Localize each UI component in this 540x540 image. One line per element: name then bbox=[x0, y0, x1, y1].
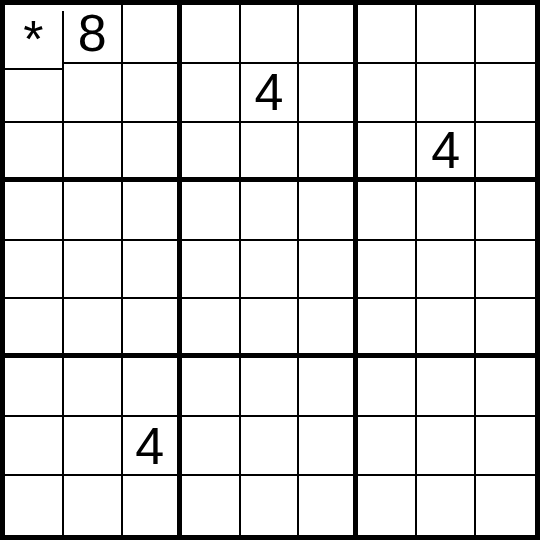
cell-r2c2[interactable] bbox=[64, 64, 123, 123]
cell-r7c6[interactable] bbox=[299, 358, 358, 417]
cell-r2c8[interactable] bbox=[417, 64, 476, 123]
cell-r3c2[interactable] bbox=[64, 123, 123, 182]
cell-r1c6[interactable] bbox=[299, 5, 358, 64]
cell-r9c8[interactable] bbox=[417, 476, 476, 535]
cell-r7c7[interactable] bbox=[358, 358, 417, 417]
cell-r9c2[interactable] bbox=[64, 476, 123, 535]
cell-r2c7[interactable] bbox=[358, 64, 417, 123]
cell-r6c6[interactable] bbox=[299, 299, 358, 358]
cell-r5c8[interactable] bbox=[417, 241, 476, 300]
cell-r2c3[interactable] bbox=[123, 64, 182, 123]
cell-r3c4[interactable] bbox=[182, 123, 241, 182]
cell-r5c1[interactable] bbox=[5, 241, 64, 300]
cell-r3c5[interactable] bbox=[241, 123, 300, 182]
cell-r8c3[interactable]: 4 bbox=[123, 417, 182, 476]
cell-r6c7[interactable] bbox=[358, 299, 417, 358]
cell-r2c6[interactable] bbox=[299, 64, 358, 123]
sudoku-grid: *8444 bbox=[5, 5, 535, 535]
cell-r9c4[interactable] bbox=[182, 476, 241, 535]
cell-r4c5[interactable] bbox=[241, 182, 300, 241]
cell-r1c3[interactable] bbox=[123, 5, 182, 64]
cell-r9c7[interactable] bbox=[358, 476, 417, 535]
cell-r5c7[interactable] bbox=[358, 241, 417, 300]
cell-r9c9[interactable] bbox=[476, 476, 535, 535]
cell-r1c4[interactable] bbox=[182, 5, 241, 64]
cell-r3c1[interactable] bbox=[5, 123, 64, 182]
cell-r9c3[interactable] bbox=[123, 476, 182, 535]
cell-r8c4[interactable] bbox=[182, 417, 241, 476]
cell-r4c3[interactable] bbox=[123, 182, 182, 241]
cell-r6c4[interactable] bbox=[182, 299, 241, 358]
cell-r2c4[interactable] bbox=[182, 64, 241, 123]
cell-r7c5[interactable] bbox=[241, 358, 300, 417]
cell-r7c1[interactable] bbox=[5, 358, 64, 417]
cell-r8c2[interactable] bbox=[64, 417, 123, 476]
cell-r7c3[interactable] bbox=[123, 358, 182, 417]
cell-r1c9[interactable] bbox=[476, 5, 535, 64]
cell-r3c6[interactable] bbox=[299, 123, 358, 182]
cell-r5c6[interactable] bbox=[299, 241, 358, 300]
cell-r6c1[interactable] bbox=[5, 299, 64, 358]
cell-r7c4[interactable] bbox=[182, 358, 241, 417]
cell-r1c8[interactable] bbox=[417, 5, 476, 64]
cell-r4c2[interactable] bbox=[64, 182, 123, 241]
cell-r8c1[interactable] bbox=[5, 417, 64, 476]
cell-r3c3[interactable] bbox=[123, 123, 182, 182]
cell-r1c5[interactable] bbox=[241, 5, 300, 64]
cell-r1c7[interactable] bbox=[358, 5, 417, 64]
cell-r2c5[interactable]: 4 bbox=[241, 64, 300, 123]
cell-r4c4[interactable] bbox=[182, 182, 241, 241]
cell-r1c1[interactable]: * bbox=[5, 11, 64, 70]
cell-r9c5[interactable] bbox=[241, 476, 300, 535]
cell-r5c3[interactable] bbox=[123, 241, 182, 300]
cell-r6c2[interactable] bbox=[64, 299, 123, 358]
cell-r2c1[interactable] bbox=[5, 64, 64, 123]
cell-r8c5[interactable] bbox=[241, 417, 300, 476]
cell-r6c8[interactable] bbox=[417, 299, 476, 358]
cell-r5c5[interactable] bbox=[241, 241, 300, 300]
cell-r8c7[interactable] bbox=[358, 417, 417, 476]
cell-r7c9[interactable] bbox=[476, 358, 535, 417]
cell-r5c2[interactable] bbox=[64, 241, 123, 300]
cell-r2c9[interactable] bbox=[476, 64, 535, 123]
cell-r6c9[interactable] bbox=[476, 299, 535, 358]
cell-r3c8[interactable]: 4 bbox=[417, 123, 476, 182]
cell-r7c2[interactable] bbox=[64, 358, 123, 417]
cell-r4c8[interactable] bbox=[417, 182, 476, 241]
cell-r3c9[interactable] bbox=[476, 123, 535, 182]
cell-r9c6[interactable] bbox=[299, 476, 358, 535]
cell-r5c4[interactable] bbox=[182, 241, 241, 300]
cell-r8c6[interactable] bbox=[299, 417, 358, 476]
cell-r4c9[interactable] bbox=[476, 182, 535, 241]
cell-r5c9[interactable] bbox=[476, 241, 535, 300]
cell-r6c3[interactable] bbox=[123, 299, 182, 358]
cell-r9c1[interactable] bbox=[5, 476, 64, 535]
cell-r8c8[interactable] bbox=[417, 417, 476, 476]
cell-r4c6[interactable] bbox=[299, 182, 358, 241]
cell-r6c5[interactable] bbox=[241, 299, 300, 358]
cell-r3c7[interactable] bbox=[358, 123, 417, 182]
cell-r4c7[interactable] bbox=[358, 182, 417, 241]
sudoku-board: *8444 bbox=[0, 0, 540, 540]
cell-r1c2[interactable]: 8 bbox=[64, 5, 123, 64]
cell-r8c9[interactable] bbox=[476, 417, 535, 476]
cell-r7c8[interactable] bbox=[417, 358, 476, 417]
cell-r4c1[interactable] bbox=[5, 182, 64, 241]
